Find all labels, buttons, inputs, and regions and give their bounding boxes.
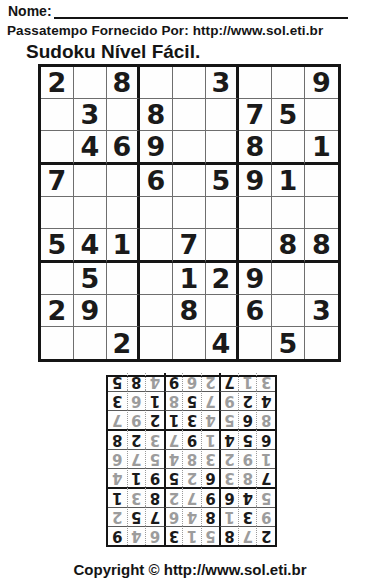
solution-cell-r1c9: 9 — [108, 526, 127, 545]
solution-cell-r2c3: 1 — [219, 507, 238, 526]
solution-cell-r6c7: 3 — [145, 429, 164, 449]
puzzle-cell-r5c1[interactable] — [41, 197, 74, 229]
puzzle-cell-r2c6[interactable] — [206, 99, 239, 131]
solution-cell-r4c2: 8 — [238, 468, 257, 487]
solution-cell-r6c9: 8 — [108, 429, 127, 449]
solution-cell-r4c6: 5 — [164, 468, 183, 487]
puzzle-cell-r6c5: 7 — [173, 229, 206, 263]
puzzle-cell-r2c3[interactable] — [107, 99, 140, 131]
puzzle-cell-r5c2[interactable] — [74, 197, 107, 229]
puzzle-cell-r9c4[interactable] — [140, 327, 173, 359]
puzzle-cell-r6c3: 1 — [107, 229, 140, 263]
solution-cell-r7c5: 3 — [182, 410, 201, 429]
copyright-text: Copyright © http://www.sol.eti.br — [0, 561, 380, 578]
puzzle-cell-r4c9[interactable] — [305, 165, 338, 197]
solution-cell-r5c6: 4 — [164, 449, 183, 468]
puzzle-cell-r8c3[interactable] — [107, 295, 140, 327]
solution-cell-r1c1: 2 — [256, 526, 275, 545]
name-label: Nome: — [8, 3, 52, 19]
puzzle-cell-r6c1: 5 — [41, 229, 74, 263]
puzzle-cell-r8c7: 6 — [239, 295, 272, 327]
provider-text: Passatempo Fornecido Por: http://www.sol… — [7, 23, 323, 38]
solution-cell-r2c7: 7 — [145, 507, 164, 526]
puzzle-cell-r9c9 — [305, 327, 338, 359]
puzzle-cell-r8c8[interactable] — [272, 295, 305, 327]
puzzle-cell-r1c7[interactable] — [239, 67, 272, 99]
solution-cell-r3c6: 2 — [164, 487, 183, 507]
solution-cell-r3c7: 8 — [145, 487, 164, 507]
solution-cell-r6c8: 2 — [127, 429, 146, 449]
puzzle-cell-r7c5: 1 — [173, 263, 206, 295]
solution-cell-r2c2: 3 — [238, 507, 257, 526]
puzzle-cell-r7c9[interactable] — [305, 263, 338, 295]
solution-grid: 2785136499318467525469728317836259141923… — [106, 375, 277, 547]
solution-cell-r8c8: 6 — [127, 391, 146, 410]
puzzle-cell-r8c1: 2 — [41, 295, 74, 327]
puzzle-cell-r6c7[interactable] — [239, 229, 272, 263]
solution-cell-r9c4: 2 — [201, 373, 220, 391]
solution-cell-r1c7: 6 — [145, 526, 164, 545]
puzzle-cell-r9c7[interactable] — [239, 327, 272, 359]
solution-cell-r8c9: 3 — [108, 391, 127, 410]
puzzle-cell-r3c2: 4 — [74, 131, 107, 165]
puzzle-cell-r5c3[interactable] — [107, 197, 140, 229]
solution-cell-r1c8: 4 — [127, 526, 146, 545]
puzzle-cell-r3c5[interactable] — [173, 131, 206, 165]
solution-cell-r5c5: 8 — [182, 449, 201, 468]
puzzle-cell-r3c4: 9 — [140, 131, 173, 165]
puzzle-cell-r2c5[interactable] — [173, 99, 206, 131]
solution-cell-r7c4: 4 — [201, 410, 220, 429]
puzzle-cell-r7c3[interactable] — [107, 263, 140, 295]
solution-cell-r2c1: 9 — [256, 507, 275, 526]
solution-cell-r8c4: 7 — [201, 391, 220, 410]
puzzle-cell-r3c3: 6 — [107, 131, 140, 165]
solution-cell-r9c8: 8 — [127, 373, 146, 391]
solution-cell-r5c8: 7 — [127, 449, 146, 468]
puzzle-cell-r2c2: 3 — [74, 99, 107, 131]
solution-cell-r1c5: 1 — [182, 526, 201, 545]
puzzle-cell-r4c6: 5 — [206, 165, 239, 197]
puzzle-cell-r7c1[interactable] — [41, 263, 74, 295]
puzzle-cell-r2c1[interactable] — [41, 99, 74, 131]
solution-cell-r3c8: 3 — [127, 487, 146, 507]
puzzle-cell-r5c7[interactable] — [239, 197, 272, 229]
solution-cell-r5c7: 5 — [145, 449, 164, 468]
solution-cell-r5c4: 3 — [201, 449, 220, 468]
solution-cell-r7c3: 5 — [219, 410, 238, 429]
puzzle-cell-r1c5[interactable] — [173, 67, 206, 99]
puzzle-cell-r7c2: 5 — [74, 263, 107, 295]
solution-cell-r6c6: 7 — [164, 429, 183, 449]
solution-cell-r7c8: 9 — [127, 410, 146, 429]
solution-cell-r3c4: 9 — [201, 487, 220, 507]
puzzle-cell-r4c2[interactable] — [74, 165, 107, 197]
solution-cell-r8c5: 5 — [182, 391, 201, 410]
solution-cell-r4c8: 1 — [127, 468, 146, 487]
puzzle-cell-r2c8: 5 — [272, 99, 305, 131]
puzzle-cell-r9c1[interactable] — [41, 327, 74, 359]
solution-cell-r8c2: 2 — [238, 391, 257, 410]
puzzle-cell-r8c2: 9 — [74, 295, 107, 327]
puzzle-cell-r7c6: 2 — [206, 263, 239, 295]
puzzle-cell-r8c6[interactable] — [206, 295, 239, 327]
solution-cell-r4c5: 2 — [182, 468, 201, 487]
puzzle-cell-r1c8[interactable] — [272, 67, 305, 99]
solution-cell-r9c1: 3 — [256, 373, 275, 391]
solution-cell-r6c2: 5 — [238, 429, 257, 449]
puzzle-cell-r5c8[interactable] — [272, 197, 305, 229]
solution-cell-r7c2: 6 — [238, 410, 257, 429]
solution-cell-r4c4: 6 — [201, 468, 220, 487]
solution-cell-r7c7: 2 — [145, 410, 164, 429]
puzzle-cell-r6c8: 8 — [272, 229, 305, 263]
solution-cell-r9c7: 4 — [145, 373, 164, 391]
puzzle-cell-r4c1: 7 — [41, 165, 74, 197]
puzzle-cell-r8c5: 8 — [173, 295, 206, 327]
solution-cell-r2c9: 2 — [108, 507, 127, 526]
puzzle-cell-r4c5[interactable] — [173, 165, 206, 197]
puzzle-cell-r3c6[interactable] — [206, 131, 239, 165]
solution-cell-r3c1: 5 — [256, 487, 275, 507]
puzzle-cell-r1c1: 2 — [41, 67, 74, 99]
solution-cell-r9c2: 1 — [238, 373, 257, 391]
puzzle-cell-r7c8[interactable] — [272, 263, 305, 295]
solution-cell-r2c4: 8 — [201, 507, 220, 526]
puzzle-cell-r9c8: 5 — [272, 327, 305, 359]
solution-cell-r8c7: 1 — [145, 391, 164, 410]
solution-cell-r4c7: 9 — [145, 468, 164, 487]
puzzle-cell-r3c8[interactable] — [272, 131, 305, 165]
puzzle-cell-r2c9[interactable] — [305, 99, 338, 131]
solution-cell-r6c1: 6 — [256, 429, 275, 449]
puzzle-cell-r4c3[interactable] — [107, 165, 140, 197]
puzzle-cell-r9c6: 4 — [206, 327, 239, 359]
solution-cell-r4c3: 3 — [219, 468, 238, 487]
puzzle-cell-r2c4: 8 — [140, 99, 173, 131]
solution-cell-r3c3: 6 — [219, 487, 238, 507]
puzzle-cell-r1c4[interactable] — [140, 67, 173, 99]
solution-cell-r9c3: 7 — [219, 373, 238, 391]
puzzle-cell-r3c1[interactable] — [41, 131, 74, 165]
solution-cell-r9c9: 5 — [108, 373, 127, 391]
solution-cell-r1c3: 8 — [219, 526, 238, 545]
puzzle-cell-r9c2[interactable] — [74, 327, 107, 359]
puzzle-cell-r7c4[interactable] — [140, 263, 173, 295]
puzzle-cell-r1c6: 3 — [206, 67, 239, 99]
puzzle-cell-r2c7: 7 — [239, 99, 272, 131]
solution-cell-r7c6: 1 — [164, 410, 183, 429]
page-title: Sudoku Nível Fácil. — [26, 41, 200, 63]
solution-cell-r3c9: 1 — [108, 487, 127, 507]
puzzle-cell-r6c4[interactable] — [140, 229, 173, 263]
solution-cell-r1c6: 3 — [164, 526, 183, 545]
name-blank-line[interactable] — [54, 4, 348, 19]
solution-cell-r8c6: 8 — [164, 391, 183, 410]
solution-cell-r2c5: 4 — [182, 507, 201, 526]
puzzle-cell-r6c2: 4 — [74, 229, 107, 263]
solution-cell-r4c9: 4 — [108, 468, 127, 487]
puzzle-cell-r6c6[interactable] — [206, 229, 239, 263]
puzzle-grid: 283938754698176591541788512929863245 — [38, 64, 341, 362]
puzzle-cell-r4c4: 6 — [140, 165, 173, 197]
puzzle-cell-r1c3: 8 — [107, 67, 140, 99]
puzzle-cell-r8c9: 3 — [305, 295, 338, 327]
name-row: Nome: — [8, 3, 348, 19]
solution-cell-r3c5: 7 — [182, 487, 201, 507]
puzzle-cell-r4c7: 9 — [239, 165, 272, 197]
solution-cell-r4c1: 7 — [256, 468, 275, 487]
puzzle-cell-r1c9: 9 — [305, 67, 338, 99]
solution-cell-r8c3: 9 — [219, 391, 238, 410]
solution-cell-r6c4: 1 — [201, 429, 220, 449]
solution-cell-r7c1: 8 — [256, 410, 275, 429]
solution-cell-r7c9: 7 — [108, 410, 127, 429]
solution-cell-r9c6: 9 — [164, 373, 183, 391]
solution-cell-r5c2: 9 — [238, 449, 257, 468]
solution-cell-r5c9: 6 — [108, 449, 127, 468]
puzzle-cell-r9c5[interactable] — [173, 327, 206, 359]
puzzle-cell-r9c3: 2 — [107, 327, 140, 359]
puzzle-cell-r8c4[interactable] — [140, 295, 173, 327]
solution-cell-r8c1: 4 — [256, 391, 275, 410]
puzzle-cell-r5c6[interactable] — [206, 197, 239, 229]
puzzle-cell-r6c9: 8 — [305, 229, 338, 263]
solution-cell-r1c4: 5 — [201, 526, 220, 545]
puzzle-cell-r5c9[interactable] — [305, 197, 338, 229]
solution-cell-r6c3: 4 — [219, 429, 238, 449]
solution-cell-r1c2: 7 — [238, 526, 257, 545]
solution-cell-r5c1: 1 — [256, 449, 275, 468]
puzzle-cell-r3c9: 1 — [305, 131, 338, 165]
solution-cell-r6c5: 9 — [182, 429, 201, 449]
solution-cell-r3c2: 4 — [238, 487, 257, 507]
puzzle-cell-r4c8: 1 — [272, 165, 305, 197]
puzzle-cell-r7c7: 9 — [239, 263, 272, 295]
solution-cell-r5c3: 2 — [219, 449, 238, 468]
solution-cell-r9c5: 6 — [182, 373, 201, 391]
puzzle-cell-r1c2[interactable] — [74, 67, 107, 99]
solution-cell-r2c8: 5 — [127, 507, 146, 526]
puzzle-cell-r5c5[interactable] — [173, 197, 206, 229]
solution-cell-r2c6: 6 — [164, 507, 183, 526]
puzzle-cell-r3c7: 8 — [239, 131, 272, 165]
puzzle-cell-r5c4[interactable] — [140, 197, 173, 229]
